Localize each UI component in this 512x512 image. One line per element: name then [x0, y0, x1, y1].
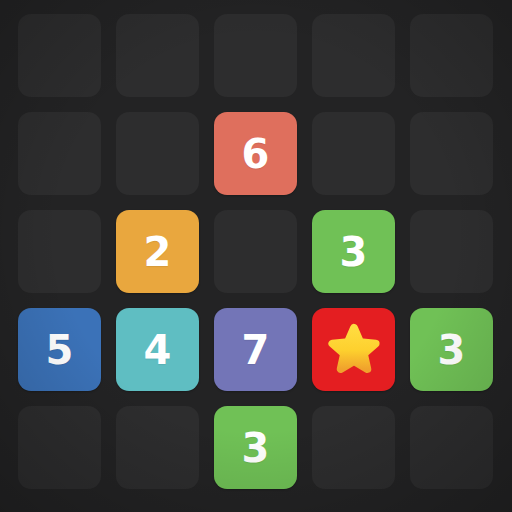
- empty-cell-r2c2: [116, 112, 199, 195]
- empty-cell-r3c5: [410, 210, 493, 293]
- number-tile-3-r4c5[interactable]: 3: [410, 308, 493, 391]
- empty-cell-r3c1: [18, 210, 101, 293]
- empty-cell-r2c4: [312, 112, 395, 195]
- tile-number: 2: [144, 232, 172, 272]
- star-icon: [324, 320, 384, 380]
- number-tile-4-r4c2[interactable]: 4: [116, 308, 199, 391]
- empty-cell-r2c5: [410, 112, 493, 195]
- empty-cell-r5c4: [312, 406, 395, 489]
- number-tile-3-r5c3[interactable]: 3: [214, 406, 297, 489]
- empty-cell-r1c4: [312, 14, 395, 97]
- tile-number: 5: [46, 330, 74, 370]
- empty-cell-r5c2: [116, 406, 199, 489]
- puzzle-board: 623547 33: [18, 14, 493, 489]
- tile-number: 3: [438, 330, 466, 370]
- empty-cell-r1c1: [18, 14, 101, 97]
- empty-cell-r5c1: [18, 406, 101, 489]
- empty-cell-r1c5: [410, 14, 493, 97]
- tile-number: 6: [242, 134, 270, 174]
- number-tile-6-r2c3[interactable]: 6: [214, 112, 297, 195]
- empty-cell-r1c2: [116, 14, 199, 97]
- number-tile-2-r3c2[interactable]: 2: [116, 210, 199, 293]
- empty-cell-r5c5: [410, 406, 493, 489]
- number-tile-3-r3c4[interactable]: 3: [312, 210, 395, 293]
- number-tile-5-r4c1[interactable]: 5: [18, 308, 101, 391]
- tile-number: 7: [242, 330, 270, 370]
- tile-number: 3: [340, 232, 368, 272]
- tile-number: 3: [242, 428, 270, 468]
- star-tile-r4c4[interactable]: [312, 308, 395, 391]
- number-tile-7-r4c3[interactable]: 7: [214, 308, 297, 391]
- tile-number: 4: [144, 330, 172, 370]
- empty-cell-r3c3: [214, 210, 297, 293]
- empty-cell-r2c1: [18, 112, 101, 195]
- empty-cell-r1c3: [214, 14, 297, 97]
